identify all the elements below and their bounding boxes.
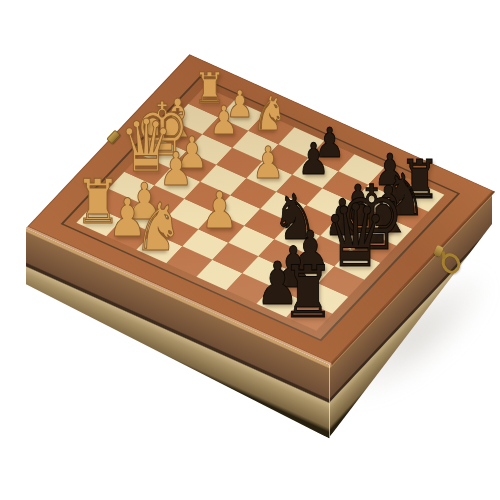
brass-latch-hook	[438, 250, 464, 277]
product-photo-scene: ♜♟♞♟♟♛♟♚♟♝♟♟♜♟♞♜♟♟♟♛♞♚♟♟♝♟♞♜♟♟	[0, 0, 500, 500]
brass-latch	[433, 244, 463, 278]
